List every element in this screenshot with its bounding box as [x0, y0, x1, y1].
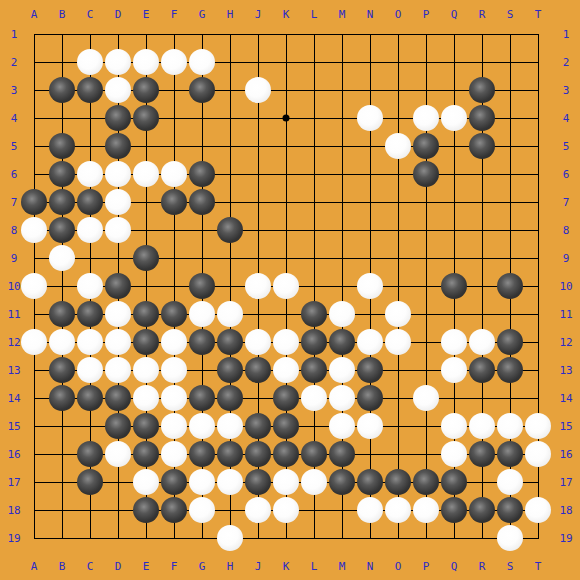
black-stone	[497, 357, 523, 383]
white-stone	[105, 217, 131, 243]
col-label-top: R	[479, 9, 486, 20]
white-stone	[245, 77, 271, 103]
col-label-bottom: E	[143, 561, 150, 572]
black-stone	[329, 441, 355, 467]
row-label-right: 6	[563, 169, 570, 180]
row-label-left: 8	[11, 225, 18, 236]
row-label-left: 9	[11, 253, 18, 264]
black-stone	[77, 385, 103, 411]
col-label-bottom: N	[367, 561, 374, 572]
black-stone	[49, 385, 75, 411]
col-label-bottom: G	[199, 561, 206, 572]
col-label-bottom: C	[87, 561, 94, 572]
white-stone	[161, 357, 187, 383]
black-stone	[217, 217, 243, 243]
black-stone	[217, 357, 243, 383]
row-label-right: 8	[563, 225, 570, 236]
black-stone	[217, 441, 243, 467]
white-stone	[189, 413, 215, 439]
white-stone	[329, 357, 355, 383]
white-stone	[329, 413, 355, 439]
white-stone	[21, 217, 47, 243]
black-stone	[497, 273, 523, 299]
row-label-right: 11	[559, 309, 572, 320]
white-stone	[329, 385, 355, 411]
black-stone	[301, 329, 327, 355]
black-stone	[49, 217, 75, 243]
col-label-bottom: K	[283, 561, 290, 572]
white-stone	[273, 357, 299, 383]
row-label-right: 2	[563, 57, 570, 68]
white-stone	[385, 329, 411, 355]
black-stone	[357, 357, 383, 383]
white-stone	[217, 525, 243, 551]
col-label-bottom: R	[479, 561, 486, 572]
black-stone	[301, 441, 327, 467]
white-stone	[273, 497, 299, 523]
col-label-bottom: D	[115, 561, 122, 572]
white-stone	[105, 441, 131, 467]
black-stone	[497, 497, 523, 523]
black-stone	[133, 245, 159, 271]
col-label-top: N	[367, 9, 374, 20]
black-stone	[49, 133, 75, 159]
col-label-top: A	[31, 9, 38, 20]
white-stone	[133, 469, 159, 495]
row-label-right: 12	[559, 337, 572, 348]
white-stone	[385, 133, 411, 159]
black-stone	[161, 189, 187, 215]
row-label-left: 1	[11, 29, 18, 40]
black-stone	[329, 469, 355, 495]
row-label-right: 1	[563, 29, 570, 40]
black-stone	[245, 357, 271, 383]
white-stone	[245, 329, 271, 355]
black-stone	[133, 77, 159, 103]
white-stone	[413, 497, 439, 523]
black-stone	[273, 413, 299, 439]
black-stone	[49, 161, 75, 187]
white-stone	[105, 49, 131, 75]
black-stone	[245, 413, 271, 439]
col-label-bottom: M	[339, 561, 346, 572]
col-label-top: F	[171, 9, 178, 20]
white-stone	[273, 273, 299, 299]
row-label-right: 3	[563, 85, 570, 96]
black-stone	[77, 469, 103, 495]
black-stone	[357, 469, 383, 495]
black-stone	[49, 189, 75, 215]
white-stone	[161, 161, 187, 187]
row-label-left: 6	[11, 169, 18, 180]
black-stone	[105, 105, 131, 131]
black-stone	[133, 105, 159, 131]
black-stone	[329, 329, 355, 355]
black-stone	[189, 189, 215, 215]
black-stone	[217, 385, 243, 411]
black-stone	[161, 469, 187, 495]
black-stone	[133, 441, 159, 467]
black-stone	[413, 469, 439, 495]
black-stone	[133, 329, 159, 355]
col-label-top: P	[423, 9, 430, 20]
black-stone	[189, 385, 215, 411]
col-label-bottom: F	[171, 561, 178, 572]
col-label-top: B	[59, 9, 66, 20]
white-stone	[329, 301, 355, 327]
col-label-bottom: A	[31, 561, 38, 572]
white-stone	[525, 497, 551, 523]
col-label-bottom: J	[255, 561, 262, 572]
black-stone	[77, 301, 103, 327]
col-label-top: Q	[451, 9, 458, 20]
white-stone	[357, 105, 383, 131]
white-stone	[189, 49, 215, 75]
white-stone	[49, 329, 75, 355]
row-label-right: 4	[563, 113, 570, 124]
black-stone	[385, 469, 411, 495]
col-label-top: T	[535, 9, 542, 20]
white-stone	[21, 329, 47, 355]
white-stone	[469, 413, 495, 439]
black-stone	[133, 497, 159, 523]
black-stone	[469, 77, 495, 103]
black-stone	[469, 357, 495, 383]
white-stone	[161, 441, 187, 467]
black-stone	[357, 385, 383, 411]
black-stone	[189, 441, 215, 467]
black-stone	[77, 441, 103, 467]
col-label-top: E	[143, 9, 150, 20]
black-stone	[469, 105, 495, 131]
white-stone	[161, 329, 187, 355]
black-stone	[469, 441, 495, 467]
white-stone	[161, 49, 187, 75]
row-label-right: 18	[559, 505, 572, 516]
row-label-left: 2	[11, 57, 18, 68]
col-label-top: H	[227, 9, 234, 20]
row-label-left: 5	[11, 141, 18, 152]
row-label-right: 16	[559, 449, 572, 460]
row-label-right: 13	[559, 365, 572, 376]
col-label-top: D	[115, 9, 122, 20]
white-stone	[189, 301, 215, 327]
white-stone	[441, 413, 467, 439]
white-stone	[497, 413, 523, 439]
go-board-frame: AABBCCDDEEFFGGHHJJKKLLMMNNOOPPQQRRSSTT11…	[0, 0, 580, 580]
black-stone	[469, 497, 495, 523]
black-stone	[49, 357, 75, 383]
col-label-top: J	[255, 9, 262, 20]
col-label-top: L	[311, 9, 318, 20]
black-stone	[217, 329, 243, 355]
black-stone	[441, 273, 467, 299]
col-label-bottom: Q	[451, 561, 458, 572]
black-stone	[189, 161, 215, 187]
white-stone	[273, 329, 299, 355]
black-stone	[161, 497, 187, 523]
white-stone	[77, 273, 103, 299]
col-label-bottom: T	[535, 561, 542, 572]
row-label-left: 16	[7, 449, 20, 460]
white-stone	[441, 329, 467, 355]
black-stone	[301, 301, 327, 327]
row-label-left: 19	[7, 533, 20, 544]
row-label-right: 7	[563, 197, 570, 208]
white-stone	[413, 105, 439, 131]
white-stone	[105, 161, 131, 187]
row-label-right: 19	[559, 533, 572, 544]
black-stone	[77, 189, 103, 215]
black-stone	[133, 301, 159, 327]
black-stone	[245, 469, 271, 495]
black-stone	[497, 441, 523, 467]
row-label-right: 15	[559, 421, 572, 432]
white-stone	[49, 245, 75, 271]
white-stone	[357, 413, 383, 439]
black-stone	[441, 497, 467, 523]
white-stone	[77, 161, 103, 187]
white-stone	[441, 441, 467, 467]
white-stone	[105, 357, 131, 383]
col-label-top: C	[87, 9, 94, 20]
white-stone	[217, 469, 243, 495]
black-stone	[497, 329, 523, 355]
black-stone	[105, 133, 131, 159]
black-stone	[105, 385, 131, 411]
black-stone	[245, 441, 271, 467]
black-stone	[273, 385, 299, 411]
white-stone	[301, 385, 327, 411]
col-label-bottom: S	[507, 561, 514, 572]
white-stone	[189, 469, 215, 495]
white-stone	[357, 273, 383, 299]
white-stone	[105, 189, 131, 215]
white-stone	[105, 301, 131, 327]
row-label-right: 17	[559, 477, 572, 488]
black-stone	[133, 413, 159, 439]
black-stone	[469, 133, 495, 159]
black-stone	[301, 357, 327, 383]
white-stone	[357, 329, 383, 355]
col-label-bottom: O	[395, 561, 402, 572]
white-stone	[217, 301, 243, 327]
black-stone	[441, 469, 467, 495]
white-stone	[133, 49, 159, 75]
black-stone	[189, 77, 215, 103]
white-stone	[357, 497, 383, 523]
white-stone	[301, 469, 327, 495]
black-stone	[77, 77, 103, 103]
white-stone	[525, 441, 551, 467]
star-point	[283, 115, 290, 122]
white-stone	[385, 497, 411, 523]
col-label-top: M	[339, 9, 346, 20]
white-stone	[21, 273, 47, 299]
white-stone	[77, 357, 103, 383]
black-stone	[413, 133, 439, 159]
row-label-left: 10	[7, 281, 20, 292]
white-stone	[189, 497, 215, 523]
white-stone	[105, 329, 131, 355]
white-stone	[413, 385, 439, 411]
row-label-left: 17	[7, 477, 20, 488]
white-stone	[441, 105, 467, 131]
col-label-top: S	[507, 9, 514, 20]
white-stone	[77, 217, 103, 243]
row-label-left: 3	[11, 85, 18, 96]
white-stone	[469, 329, 495, 355]
row-label-right: 5	[563, 141, 570, 152]
col-label-top: O	[395, 9, 402, 20]
col-label-bottom: B	[59, 561, 66, 572]
row-label-left: 4	[11, 113, 18, 124]
black-stone	[189, 329, 215, 355]
white-stone	[497, 469, 523, 495]
col-label-top: G	[199, 9, 206, 20]
white-stone	[497, 525, 523, 551]
white-stone	[77, 49, 103, 75]
white-stone	[133, 357, 159, 383]
black-stone	[49, 301, 75, 327]
col-label-top: K	[283, 9, 290, 20]
white-stone	[133, 161, 159, 187]
black-stone	[189, 273, 215, 299]
row-label-left: 11	[7, 309, 20, 320]
black-stone	[161, 301, 187, 327]
white-stone	[133, 385, 159, 411]
row-label-left: 18	[7, 505, 20, 516]
white-stone	[161, 385, 187, 411]
row-label-left: 13	[7, 365, 20, 376]
row-label-right: 14	[559, 393, 572, 404]
white-stone	[245, 273, 271, 299]
row-label-right: 10	[559, 281, 572, 292]
white-stone	[217, 413, 243, 439]
white-stone	[77, 329, 103, 355]
white-stone	[525, 413, 551, 439]
black-stone	[105, 273, 131, 299]
black-stone	[273, 441, 299, 467]
black-stone	[105, 413, 131, 439]
row-label-left: 12	[7, 337, 20, 348]
col-label-bottom: L	[311, 561, 318, 572]
row-label-left: 7	[11, 197, 18, 208]
col-label-bottom: H	[227, 561, 234, 572]
row-label-left: 14	[7, 393, 20, 404]
white-stone	[245, 497, 271, 523]
white-stone	[385, 301, 411, 327]
row-label-right: 9	[563, 253, 570, 264]
row-label-left: 15	[7, 421, 20, 432]
white-stone	[441, 357, 467, 383]
black-stone	[21, 189, 47, 215]
col-label-bottom: P	[423, 561, 430, 572]
white-stone	[161, 413, 187, 439]
black-stone	[49, 77, 75, 103]
black-stone	[413, 161, 439, 187]
white-stone	[273, 469, 299, 495]
white-stone	[105, 77, 131, 103]
